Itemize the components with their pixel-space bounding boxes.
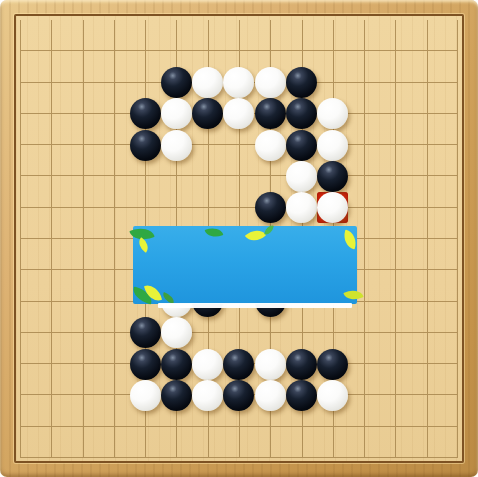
leaf-icon: [245, 225, 266, 246]
black-stone: [130, 349, 161, 380]
white-stone: [286, 161, 317, 192]
black-stone: [286, 67, 317, 98]
black-stone: [130, 130, 161, 161]
black-stone: [286, 130, 317, 161]
white-stone: [255, 349, 286, 380]
white-stone: [255, 130, 286, 161]
black-stone: [255, 98, 286, 129]
leaf-icon: [341, 229, 359, 249]
black-stone: [130, 98, 161, 129]
black-stone: [223, 349, 254, 380]
white-stone: [317, 130, 348, 161]
gomoku-app-window: [0, 0, 478, 477]
black-stone: [286, 380, 317, 411]
promo-banner[interactable]: [133, 226, 357, 304]
leaf-icon: [135, 237, 151, 253]
black-stone: [161, 349, 192, 380]
leaf-icon: [205, 225, 224, 241]
black-stone: [161, 67, 192, 98]
white-stone: [130, 380, 161, 411]
black-stone: [286, 349, 317, 380]
white-stone: [192, 380, 223, 411]
white-stone: [161, 130, 192, 161]
leaf-icon: [264, 224, 274, 235]
black-stone: [161, 380, 192, 411]
white-stone: [255, 380, 286, 411]
white-stone: [255, 67, 286, 98]
banner-underline: [158, 303, 352, 308]
black-stone: [255, 192, 286, 223]
black-stone: [130, 317, 161, 348]
black-stone: [317, 349, 348, 380]
white-stone: [192, 349, 223, 380]
